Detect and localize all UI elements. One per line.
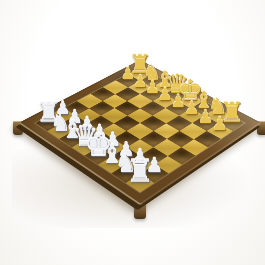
chess-piece-gold-pawn: ♟	[211, 115, 227, 133]
chess-piece-silver-rook: ♜	[126, 156, 154, 187]
chess-set-photo: ♜♞♝♛♚♝♞♜♟♟♟♟♟♟♟♟♟♟♟♟♟♟♟♟♜♞♝♛♚♝♞♜	[0, 0, 265, 265]
pieces-layer: ♜♞♝♛♚♝♞♜♟♟♟♟♟♟♟♟♟♟♟♟♟♟♟♟♜♞♝♛♚♝♞♜	[0, 0, 265, 265]
